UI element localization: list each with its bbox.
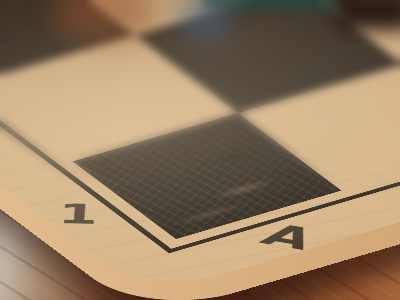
background-warm-bokeh bbox=[54, 0, 154, 40]
dark-background-object bbox=[334, 0, 400, 30]
blue-light-reflection bbox=[178, 0, 230, 40]
chessboard-photo-scene: ABCDEFGH12345678 bbox=[0, 0, 400, 300]
